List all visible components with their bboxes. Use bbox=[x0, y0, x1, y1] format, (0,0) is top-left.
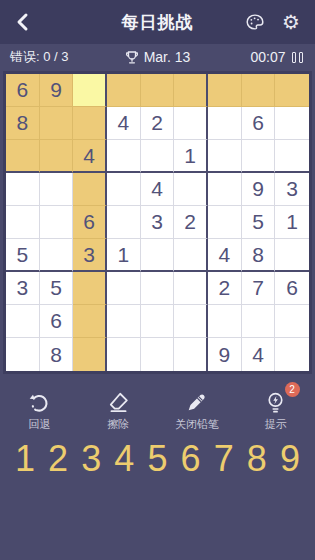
numpad-5[interactable]: 5 bbox=[147, 437, 167, 481]
cell-r8c5[interactable] bbox=[141, 305, 175, 338]
cell-r6c6[interactable] bbox=[174, 239, 208, 272]
cell-r2c1[interactable]: 8 bbox=[6, 107, 40, 140]
cell-r1c6[interactable] bbox=[174, 74, 208, 107]
gear-icon: ⚙ bbox=[282, 12, 300, 32]
numpad-9[interactable]: 9 bbox=[280, 437, 300, 481]
cell-r9c7[interactable]: 9 bbox=[208, 338, 242, 371]
back-button[interactable] bbox=[13, 9, 39, 35]
cell-r3c9[interactable] bbox=[275, 140, 309, 173]
cell-r4c7[interactable] bbox=[208, 173, 242, 206]
cell-r7c5[interactable] bbox=[141, 272, 175, 305]
cell-r4c8[interactable]: 9 bbox=[242, 173, 276, 206]
cell-r2c6[interactable] bbox=[174, 107, 208, 140]
eraser-icon bbox=[106, 390, 131, 415]
cell-r1c5[interactable] bbox=[141, 74, 175, 107]
cell-r8c2[interactable]: 6 bbox=[40, 305, 74, 338]
theme-button[interactable] bbox=[244, 11, 266, 33]
cell-r7c2[interactable]: 5 bbox=[40, 272, 74, 305]
chevron-left-icon bbox=[13, 12, 33, 32]
hint-label: 提示 bbox=[265, 417, 287, 432]
date-label: Mar. 13 bbox=[144, 49, 191, 65]
navbar: 每日挑战 ⚙ bbox=[0, 0, 315, 44]
cell-r7c7[interactable]: 2 bbox=[208, 272, 242, 305]
cell-r5c1[interactable] bbox=[6, 206, 40, 239]
cell-r3c6[interactable]: 1 bbox=[174, 140, 208, 173]
cell-r9c8[interactable]: 4 bbox=[242, 338, 276, 371]
numpad-1[interactable]: 1 bbox=[15, 437, 35, 481]
undo-button[interactable]: 回退 bbox=[0, 389, 79, 432]
cell-r1c4[interactable] bbox=[107, 74, 141, 107]
cell-r3c2[interactable] bbox=[40, 140, 74, 173]
cell-r3c8[interactable] bbox=[242, 140, 276, 173]
hint-badge: 2 bbox=[285, 382, 300, 397]
cell-r2c3[interactable] bbox=[73, 107, 107, 140]
cell-r5c8[interactable]: 5 bbox=[242, 206, 276, 239]
cell-r1c1[interactable]: 6 bbox=[6, 74, 40, 107]
cell-r5c7[interactable] bbox=[208, 206, 242, 239]
pencil-icon bbox=[184, 390, 209, 415]
cell-r4c1[interactable] bbox=[6, 173, 40, 206]
cell-r4c3[interactable] bbox=[73, 173, 107, 206]
cell-r1c7[interactable] bbox=[208, 74, 242, 107]
cell-r4c2[interactable] bbox=[40, 173, 74, 206]
cell-r6c1[interactable]: 5 bbox=[6, 239, 40, 272]
cell-r8c8[interactable] bbox=[242, 305, 276, 338]
sudoku-board: 698426414936325153148352766894 bbox=[3, 71, 312, 374]
cell-r3c4[interactable] bbox=[107, 140, 141, 173]
cell-r9c5[interactable] bbox=[141, 338, 175, 371]
cell-r7c1[interactable]: 3 bbox=[6, 272, 40, 305]
cell-r9c2[interactable]: 8 bbox=[40, 338, 74, 371]
cell-r7c3[interactable] bbox=[73, 272, 107, 305]
cell-r4c4[interactable] bbox=[107, 173, 141, 206]
numpad-6[interactable]: 6 bbox=[181, 437, 201, 481]
cell-r2c8[interactable]: 6 bbox=[242, 107, 276, 140]
cell-r5c9[interactable]: 1 bbox=[275, 206, 309, 239]
cell-r1c8[interactable] bbox=[242, 74, 276, 107]
palette-icon bbox=[244, 11, 266, 33]
numpad-2[interactable]: 2 bbox=[48, 437, 68, 481]
cell-r1c9[interactable] bbox=[275, 74, 309, 107]
cell-r2c9[interactable] bbox=[275, 107, 309, 140]
cell-r7c8[interactable]: 7 bbox=[242, 272, 276, 305]
cell-r5c3[interactable]: 6 bbox=[73, 206, 107, 239]
cell-r6c3[interactable]: 3 bbox=[73, 239, 107, 272]
cell-r4c6[interactable] bbox=[174, 173, 208, 206]
cell-r8c9[interactable] bbox=[275, 305, 309, 338]
cell-r4c9[interactable]: 3 bbox=[275, 173, 309, 206]
toolbar: 回退 擦除 关闭铅笔 2 提示 bbox=[0, 389, 315, 432]
lightbulb-bolt-icon bbox=[263, 390, 288, 415]
cell-r9c9[interactable] bbox=[275, 338, 309, 371]
cell-r5c6[interactable]: 2 bbox=[174, 206, 208, 239]
cell-r3c3[interactable]: 4 bbox=[73, 140, 107, 173]
cell-r3c5[interactable] bbox=[141, 140, 175, 173]
cell-r8c7[interactable] bbox=[208, 305, 242, 338]
timer-label: 00:07 bbox=[250, 49, 285, 65]
erase-label: 擦除 bbox=[107, 417, 129, 432]
daily-date: Mar. 13 bbox=[108, 49, 206, 65]
cell-r1c3[interactable] bbox=[73, 74, 107, 107]
status-bar: 错误: 0 / 3 Mar. 13 00:07 bbox=[0, 44, 315, 70]
undo-label: 回退 bbox=[28, 417, 50, 432]
numpad-7[interactable]: 7 bbox=[214, 437, 234, 481]
cell-r5c2[interactable] bbox=[40, 206, 74, 239]
pause-icon bbox=[292, 52, 296, 63]
cell-r5c4[interactable] bbox=[107, 206, 141, 239]
cell-r5c5[interactable]: 3 bbox=[141, 206, 175, 239]
cell-r8c3[interactable] bbox=[73, 305, 107, 338]
hint-button[interactable]: 2 提示 bbox=[236, 389, 315, 432]
cell-r8c6[interactable] bbox=[174, 305, 208, 338]
cell-r6c5[interactable] bbox=[141, 239, 175, 272]
cell-r6c8[interactable]: 8 bbox=[242, 239, 276, 272]
settings-button[interactable]: ⚙ bbox=[280, 11, 302, 33]
cell-r9c1[interactable] bbox=[6, 338, 40, 371]
numpad-3[interactable]: 3 bbox=[81, 437, 101, 481]
cell-r2c5[interactable]: 2 bbox=[141, 107, 175, 140]
cell-r4c5[interactable]: 4 bbox=[141, 173, 175, 206]
pencil-label: 关闭铅笔 bbox=[175, 417, 219, 432]
pause-button[interactable] bbox=[290, 50, 305, 65]
cell-r2c4[interactable]: 4 bbox=[107, 107, 141, 140]
cell-r6c2[interactable] bbox=[40, 239, 74, 272]
erase-button[interactable]: 擦除 bbox=[79, 389, 158, 432]
cell-r9c6[interactable] bbox=[174, 338, 208, 371]
cell-r7c4[interactable] bbox=[107, 272, 141, 305]
cell-r8c4[interactable] bbox=[107, 305, 141, 338]
cell-r1c2[interactable]: 9 bbox=[40, 74, 74, 107]
numpad-8[interactable]: 8 bbox=[247, 437, 267, 481]
errors-counter: 错误: 0 / 3 bbox=[10, 48, 108, 66]
cell-r7c6[interactable] bbox=[174, 272, 208, 305]
numpad-4[interactable]: 4 bbox=[114, 437, 134, 481]
cell-r2c7[interactable] bbox=[208, 107, 242, 140]
cell-r9c3[interactable] bbox=[73, 338, 107, 371]
cell-r2c2[interactable] bbox=[40, 107, 74, 140]
cell-r7c9[interactable]: 6 bbox=[275, 272, 309, 305]
circular-arrow-icon bbox=[27, 390, 52, 415]
cell-r9c4[interactable] bbox=[107, 338, 141, 371]
cell-r6c9[interactable] bbox=[275, 239, 309, 272]
cell-r8c1[interactable] bbox=[6, 305, 40, 338]
cell-r6c7[interactable]: 4 bbox=[208, 239, 242, 272]
trophy-icon bbox=[125, 50, 139, 65]
cell-r3c1[interactable] bbox=[6, 140, 40, 173]
number-pad: 1 2 3 4 5 6 7 8 9 bbox=[0, 437, 315, 481]
cell-r3c7[interactable] bbox=[208, 140, 242, 173]
cell-r6c4[interactable]: 1 bbox=[107, 239, 141, 272]
pencil-toggle-button[interactable]: 关闭铅笔 bbox=[158, 389, 237, 432]
